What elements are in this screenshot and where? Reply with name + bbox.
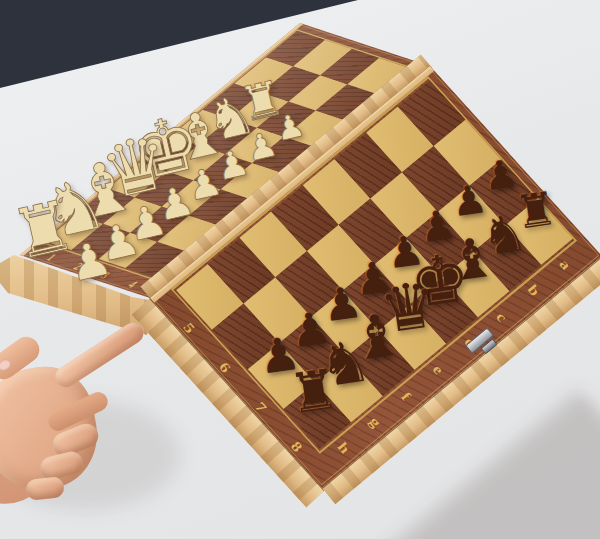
square-c3: [257, 101, 316, 136]
square-a3: [320, 49, 379, 84]
square-f1: [108, 162, 167, 197]
rank-label-1: 1: [42, 252, 59, 264]
square-h3: [99, 233, 158, 268]
square-d2: [198, 119, 257, 154]
square-b1: [234, 57, 293, 92]
file-label-g: g: [365, 414, 384, 431]
file-label-e: e: [429, 362, 447, 378]
square-g2: [103, 198, 162, 233]
square-a2: [293, 40, 352, 75]
file-label-f: f: [397, 389, 414, 404]
square-e3: [194, 154, 253, 189]
square-a1: [266, 31, 325, 66]
file-label-c: c: [492, 309, 510, 325]
square-b3: [289, 75, 348, 110]
square-f2: [135, 171, 194, 206]
rank-label-2: 2: [69, 261, 86, 273]
square-c2: [230, 93, 289, 128]
hand-shadow: [0, 400, 180, 510]
hand-thumb: [0, 332, 44, 385]
square-d3: [225, 128, 284, 163]
square-d1: [171, 110, 230, 145]
square-h2: [72, 224, 131, 259]
square-g3: [130, 206, 189, 241]
square-g1: [76, 189, 135, 224]
file-label-h: h: [334, 439, 353, 457]
thumb-nail: [0, 357, 13, 372]
square-h1: [44, 215, 103, 250]
file-label-b: b: [524, 282, 543, 300]
rank-label-3: 3: [96, 270, 113, 282]
square-b2: [262, 66, 321, 101]
square-c1: [203, 84, 262, 119]
rank-label-4: 4: [123, 279, 140, 291]
square-e2: [167, 145, 226, 180]
square-f3: [162, 180, 221, 215]
file-label-a: a: [555, 256, 574, 273]
square-e1: [139, 136, 198, 171]
product-photo-scene: 1234 5678 hgfedcba ♜♟♞♝♟♚♟♛♟♝♟♞♟♜♟♟ ♟♟♜♟…: [0, 0, 600, 539]
